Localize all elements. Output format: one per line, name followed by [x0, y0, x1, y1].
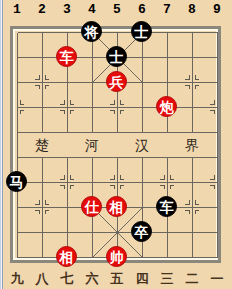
file-label-top-7: 7	[160, 2, 174, 17]
file-label-top-6: 6	[135, 2, 149, 17]
file-label-bottom-4: 六	[84, 270, 100, 288]
piece-red-elephant[interactable]: 相	[106, 196, 127, 217]
file-label-bottom-9: 一	[209, 270, 225, 288]
file-label-bottom-7: 三	[159, 270, 175, 288]
file-label-top-4: 4	[85, 2, 99, 17]
file-label-top-3: 3	[60, 2, 74, 17]
file-label-bottom-5: 五	[109, 270, 125, 288]
piece-red-elephant[interactable]: 相	[56, 246, 77, 267]
piece-black-general[interactable]: 将	[81, 21, 102, 42]
piece-red-cannon[interactable]: 炮	[156, 96, 177, 117]
file-label-bottom-6: 四	[134, 270, 150, 288]
file-label-bottom-1: 九	[9, 270, 25, 288]
file-label-top-8: 8	[185, 2, 199, 17]
piece-red-soldier[interactable]: 兵	[106, 71, 127, 92]
file-label-bottom-3: 七	[59, 270, 75, 288]
piece-black-soldier[interactable]: 卒	[131, 221, 152, 242]
piece-black-horse[interactable]: 马	[6, 171, 27, 192]
piece-black-advisor[interactable]: 士	[131, 21, 152, 42]
file-label-bottom-2: 八	[34, 270, 50, 288]
file-label-top-5: 5	[110, 2, 124, 17]
river-char-2: 河	[84, 137, 100, 155]
file-label-bottom-8: 二	[184, 270, 200, 288]
river-char-1: 楚	[34, 137, 50, 155]
river-char-3: 汉	[134, 137, 150, 155]
xiangqi-app: 123456789 楚河汉界 将士车士兵炮马仕相车卒相帅 九八七六五四三二一	[0, 0, 232, 289]
file-label-top-1: 1	[10, 2, 24, 17]
piece-red-advisor[interactable]: 仕	[81, 196, 102, 217]
file-label-top-2: 2	[35, 2, 49, 17]
piece-black-advisor[interactable]: 士	[106, 46, 127, 67]
piece-red-general[interactable]: 帅	[106, 246, 127, 267]
piece-black-chariot[interactable]: 车	[156, 196, 177, 217]
file-label-top-9: 9	[210, 2, 224, 17]
piece-red-chariot[interactable]: 车	[56, 46, 77, 67]
river-char-4: 界	[184, 137, 200, 155]
